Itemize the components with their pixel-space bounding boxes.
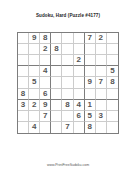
cell-r7c3-given-9: 9 [40,100,51,111]
cell-r2c7-empty [85,44,96,55]
puzzle-title: Sudoku, Hard (Puzzle #4177) [0,13,136,18]
cell-r7c9-empty [107,100,118,111]
cell-r6c7-empty [85,89,96,100]
cell-r6c8-empty [96,89,107,100]
cell-r8c1-empty [18,111,29,122]
sudoku-grid: 9872282455978863298417653478 [17,32,119,134]
cell-r3c8-empty [96,55,107,66]
cell-r7c4-empty [51,100,62,111]
cell-r1c7-given-7: 7 [85,33,96,44]
cell-r2c5-empty [62,44,73,55]
cell-r5c8-given-7: 7 [96,77,107,88]
cell-r2c6-empty [74,44,85,55]
cell-r7c2-given-2: 2 [29,100,40,111]
cell-r9c4-empty [51,122,62,133]
cell-r8c5-empty [62,111,73,122]
cell-r3c2-empty [29,55,40,66]
cell-r4c4-empty [51,66,62,77]
cell-r6c2-empty [29,89,40,100]
cell-r8c6-given-6: 6 [74,111,85,122]
cell-r9c3-empty [40,122,51,133]
cell-r8c3-given-7: 7 [40,111,51,122]
cell-r3c7-empty [85,55,96,66]
cell-r1c4-empty [51,33,62,44]
cell-r1c8-given-2: 2 [96,33,107,44]
cell-r2c4-given-8: 8 [51,44,62,55]
cell-r9c7-given-8: 8 [85,122,96,133]
cell-r1c6-empty [74,33,85,44]
cell-r8c9-empty [107,111,118,122]
cell-r2c8-empty [96,44,107,55]
cell-r8c7-given-5: 5 [85,111,96,122]
cell-r2c2-empty [29,44,40,55]
cell-r8c4-empty [51,111,62,122]
cell-r5c2-given-5: 5 [29,77,40,88]
cell-r7c5-given-8: 8 [62,100,73,111]
cell-r4c5-empty [62,66,73,77]
cell-r1c2-given-9: 9 [29,33,40,44]
cell-r5c4-empty [51,77,62,88]
cell-r1c1-empty [18,33,29,44]
printable-sudoku-page: Sudoku, Hard (Puzzle #4177) 987228245597… [0,0,136,176]
cell-r9c5-given-7: 7 [62,122,73,133]
cell-r8c8-given-3: 3 [96,111,107,122]
cell-r7c7-given-1: 1 [85,100,96,111]
cell-r3c1-empty [18,55,29,66]
cell-r1c5-empty [62,33,73,44]
cell-r7c6-given-4: 4 [74,100,85,111]
cell-r2c1-empty [18,44,29,55]
cell-r1c3-given-8: 8 [40,33,51,44]
cell-r5c3-empty [40,77,51,88]
cell-r6c5-empty [62,89,73,100]
cell-r7c1-given-3: 3 [18,100,29,111]
cell-r3c9-empty [107,55,118,66]
cell-r2c3-given-2: 2 [40,44,51,55]
cell-r6c4-empty [51,89,62,100]
cell-r7c8-empty [96,100,107,111]
cell-r5c5-empty [62,77,73,88]
cell-r4c8-empty [96,66,107,77]
cell-r4c7-empty [85,66,96,77]
source-url: www.PrintFreeSudoku.com [0,163,136,167]
cell-r4c6-empty [74,66,85,77]
cell-r9c8-empty [96,122,107,133]
cell-r4c2-empty [29,66,40,77]
cell-r5c9-given-8: 8 [107,77,118,88]
cell-r3c5-empty [62,55,73,66]
cell-r9c1-empty [18,122,29,133]
cell-r1c9-empty [107,33,118,44]
cell-r2c9-empty [107,44,118,55]
cell-r6c9-empty [107,89,118,100]
cell-r6c3-given-6: 6 [40,89,51,100]
cell-r5c1-empty [18,77,29,88]
cell-r5c6-empty [74,77,85,88]
cell-r4c9-given-5: 5 [107,66,118,77]
cell-r6c1-given-8: 8 [18,89,29,100]
cell-r4c1-empty [18,66,29,77]
cell-r6c6-empty [74,89,85,100]
cell-r9c2-given-4: 4 [29,122,40,133]
cell-r3c3-empty [40,55,51,66]
cell-r3c4-empty [51,55,62,66]
cell-r4c3-given-4: 4 [40,66,51,77]
cell-r3c6-given-2: 2 [74,55,85,66]
cell-r8c2-empty [29,111,40,122]
cell-r9c6-empty [74,122,85,133]
cell-r5c7-given-9: 9 [85,77,96,88]
cell-r9c9-empty [107,122,118,133]
